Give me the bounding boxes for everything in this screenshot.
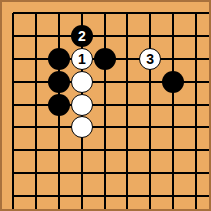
board-margin-cell <box>139 207 162 211</box>
grid-line-vertical <box>58 184 60 207</box>
board-margin-cell <box>207 207 211 211</box>
white-stone <box>71 116 93 138</box>
grid-line-vertical <box>126 116 128 139</box>
board-intersection[interactable] <box>48 2 71 25</box>
board-intersection[interactable] <box>139 184 162 207</box>
black-stone <box>48 94 70 116</box>
board-intersection[interactable] <box>2 70 25 93</box>
grid-line-vertical <box>172 207 174 211</box>
white-stone <box>71 71 93 93</box>
board-margin-cell <box>207 184 211 207</box>
go-board-diagram: 213 <box>0 0 211 211</box>
grid-line-horizontal <box>13 195 24 197</box>
grid-line-vertical <box>149 207 151 211</box>
grid-line-vertical <box>35 93 37 116</box>
go-board-grid: 213 <box>2 2 211 211</box>
board-intersection[interactable] <box>25 93 48 116</box>
grid-line-horizontal <box>13 81 24 83</box>
board-intersection[interactable] <box>93 25 116 48</box>
board-margin-cell <box>207 48 211 71</box>
board-intersection[interactable] <box>184 2 207 25</box>
grid-line-horizontal <box>13 12 24 14</box>
grid-line-horizontal <box>207 81 211 83</box>
board-intersection[interactable] <box>184 25 207 48</box>
white-stone-move-3: 3 <box>139 48 161 70</box>
grid-line-horizontal <box>13 35 24 37</box>
grid-line-vertical <box>149 93 151 116</box>
board-intersection[interactable] <box>25 70 48 93</box>
board-margin-cell <box>207 93 211 116</box>
board-intersection[interactable] <box>162 48 185 71</box>
board-intersection[interactable] <box>139 162 162 185</box>
board-intersection[interactable] <box>93 162 116 185</box>
grid-line-horizontal <box>207 126 211 128</box>
grid-line-horizontal <box>13 172 24 174</box>
grid-line-vertical <box>172 48 174 71</box>
grid-line-vertical <box>126 184 128 207</box>
board-margin-cell <box>207 2 211 25</box>
grid-line-vertical <box>104 162 106 185</box>
grid-line-vertical <box>195 116 197 139</box>
grid-line-horizontal <box>207 58 211 60</box>
grid-line-vertical <box>195 48 197 71</box>
grid-line-vertical <box>195 184 197 207</box>
grid-line-vertical <box>35 48 37 71</box>
grid-line-vertical <box>126 13 128 24</box>
board-intersection[interactable] <box>116 2 139 25</box>
board-margin-cell <box>48 207 71 211</box>
board-intersection[interactable] <box>25 116 48 139</box>
board-intersection[interactable] <box>162 162 185 185</box>
white-stone-move-1: 1 <box>71 48 93 70</box>
grid-line-vertical <box>35 207 37 211</box>
grid-line-vertical <box>149 70 151 93</box>
board-intersection[interactable]: 1 <box>70 48 93 71</box>
grid-line-vertical <box>126 162 128 185</box>
board-intersection[interactable] <box>184 162 207 185</box>
board-margin-cell <box>184 207 207 211</box>
grid-line-vertical <box>104 25 106 48</box>
grid-line-vertical <box>81 139 83 162</box>
grid-line-vertical <box>12 207 14 211</box>
grid-line-vertical <box>104 13 106 24</box>
board-intersection[interactable] <box>184 48 207 71</box>
grid-line-vertical <box>149 139 151 162</box>
grid-line-vertical <box>35 184 37 207</box>
grid-line-vertical <box>149 162 151 185</box>
board-intersection[interactable] <box>48 93 71 116</box>
grid-line-vertical <box>35 139 37 162</box>
grid-line-vertical <box>12 70 14 93</box>
board-intersection[interactable] <box>93 139 116 162</box>
grid-line-vertical <box>12 116 14 139</box>
grid-line-vertical <box>12 48 14 71</box>
board-intersection[interactable] <box>116 184 139 207</box>
grid-line-vertical <box>172 13 174 24</box>
board-intersection[interactable] <box>139 2 162 25</box>
board-intersection[interactable] <box>70 162 93 185</box>
board-intersection[interactable] <box>2 48 25 71</box>
grid-line-vertical <box>35 116 37 139</box>
grid-line-vertical <box>126 70 128 93</box>
board-intersection[interactable] <box>116 93 139 116</box>
grid-line-horizontal <box>207 104 211 106</box>
board-intersection[interactable] <box>162 116 185 139</box>
board-intersection[interactable] <box>139 70 162 93</box>
board-intersection[interactable] <box>162 70 185 93</box>
board-intersection[interactable] <box>162 93 185 116</box>
board-intersection[interactable] <box>139 139 162 162</box>
board-intersection[interactable] <box>162 25 185 48</box>
board-margin-cell <box>207 25 211 48</box>
board-margin-cell <box>207 139 211 162</box>
board-intersection[interactable] <box>25 2 48 25</box>
grid-line-vertical <box>149 13 151 24</box>
board-intersection[interactable] <box>25 184 48 207</box>
grid-line-vertical <box>126 25 128 48</box>
board-intersection[interactable] <box>48 116 71 139</box>
grid-line-horizontal <box>207 172 211 174</box>
board-intersection[interactable] <box>139 93 162 116</box>
board-intersection[interactable] <box>70 184 93 207</box>
black-stone-move-2: 2 <box>71 25 93 47</box>
board-margin-cell <box>207 116 211 139</box>
grid-line-vertical <box>35 70 37 93</box>
board-intersection[interactable] <box>93 93 116 116</box>
board-intersection[interactable] <box>162 139 185 162</box>
board-intersection[interactable] <box>48 25 71 48</box>
grid-line-vertical <box>58 162 60 185</box>
white-stone <box>71 94 93 116</box>
grid-line-vertical <box>126 93 128 116</box>
board-intersection[interactable] <box>116 48 139 71</box>
grid-line-vertical <box>195 13 197 24</box>
grid-line-vertical <box>195 139 197 162</box>
board-intersection[interactable] <box>162 184 185 207</box>
board-intersection[interactable] <box>93 184 116 207</box>
grid-line-vertical <box>81 162 83 185</box>
board-intersection[interactable] <box>93 116 116 139</box>
grid-line-vertical <box>58 13 60 24</box>
grid-line-vertical <box>12 162 14 185</box>
black-stone <box>48 71 70 93</box>
board-intersection[interactable] <box>2 139 25 162</box>
grid-line-vertical <box>195 70 197 93</box>
board-intersection[interactable] <box>2 2 25 25</box>
board-intersection[interactable] <box>25 162 48 185</box>
grid-line-vertical <box>58 25 60 48</box>
grid-line-horizontal <box>13 149 24 151</box>
board-intersection[interactable] <box>116 162 139 185</box>
grid-line-vertical <box>104 207 106 211</box>
board-intersection[interactable] <box>139 25 162 48</box>
grid-line-vertical <box>104 184 106 207</box>
grid-line-vertical <box>195 207 197 211</box>
grid-line-vertical <box>149 116 151 139</box>
board-intersection[interactable] <box>184 70 207 93</box>
board-margin-cell <box>70 207 93 211</box>
grid-line-vertical <box>172 93 174 116</box>
grid-line-horizontal <box>13 126 24 128</box>
board-intersection[interactable] <box>70 2 93 25</box>
board-intersection[interactable] <box>116 139 139 162</box>
board-intersection[interactable]: 2 <box>70 25 93 48</box>
grid-line-vertical <box>12 13 14 24</box>
grid-line-vertical <box>195 25 197 48</box>
grid-line-vertical <box>126 139 128 162</box>
board-margin-cell <box>25 207 48 211</box>
grid-line-vertical <box>35 13 37 24</box>
board-intersection[interactable] <box>70 116 93 139</box>
board-intersection[interactable] <box>48 139 71 162</box>
grid-line-horizontal <box>207 149 211 151</box>
board-intersection[interactable] <box>2 162 25 185</box>
board-intersection[interactable] <box>139 116 162 139</box>
board-margin-cell <box>207 70 211 93</box>
board-margin-cell <box>93 207 116 211</box>
board-intersection[interactable] <box>184 116 207 139</box>
board-intersection[interactable] <box>93 2 116 25</box>
board-intersection[interactable] <box>184 139 207 162</box>
grid-line-vertical <box>126 48 128 71</box>
board-intersection[interactable] <box>70 70 93 93</box>
board-intersection[interactable]: 3 <box>139 48 162 71</box>
board-intersection[interactable] <box>2 93 25 116</box>
grid-line-vertical <box>104 116 106 139</box>
grid-line-vertical <box>172 25 174 48</box>
board-intersection[interactable] <box>93 70 116 93</box>
grid-line-vertical <box>81 13 83 24</box>
grid-line-vertical <box>149 25 151 48</box>
grid-line-horizontal <box>13 104 24 106</box>
grid-line-vertical <box>172 184 174 207</box>
grid-line-horizontal <box>207 35 211 37</box>
grid-line-vertical <box>195 93 197 116</box>
grid-line-vertical <box>195 162 197 185</box>
board-intersection[interactable] <box>184 93 207 116</box>
grid-line-vertical <box>12 25 14 48</box>
board-intersection[interactable] <box>70 93 93 116</box>
board-intersection[interactable] <box>2 184 25 207</box>
board-margin-cell <box>2 207 25 211</box>
grid-line-vertical <box>149 184 151 207</box>
grid-line-vertical <box>35 162 37 185</box>
grid-line-vertical <box>104 70 106 93</box>
board-intersection[interactable] <box>25 48 48 71</box>
board-intersection[interactable] <box>25 25 48 48</box>
grid-line-vertical <box>81 184 83 207</box>
board-intersection[interactable] <box>2 25 25 48</box>
grid-line-vertical <box>104 93 106 116</box>
grid-line-vertical <box>126 207 128 211</box>
grid-line-vertical <box>35 25 37 48</box>
grid-line-vertical <box>172 139 174 162</box>
board-margin-cell <box>207 162 211 185</box>
board-intersection[interactable] <box>116 25 139 48</box>
grid-line-vertical <box>12 184 14 207</box>
board-intersection[interactable] <box>2 116 25 139</box>
grid-line-vertical <box>172 116 174 139</box>
grid-line-vertical <box>172 162 174 185</box>
board-intersection[interactable] <box>25 139 48 162</box>
black-stone <box>48 48 70 70</box>
board-intersection[interactable] <box>184 184 207 207</box>
grid-line-horizontal <box>13 58 24 60</box>
grid-line-vertical <box>104 139 106 162</box>
board-intersection[interactable] <box>48 162 71 185</box>
board-intersection[interactable] <box>162 2 185 25</box>
grid-line-vertical <box>58 139 60 162</box>
board-margin-cell <box>116 207 139 211</box>
grid-line-horizontal <box>207 12 211 14</box>
black-stone <box>94 48 116 70</box>
grid-line-vertical <box>12 139 14 162</box>
board-intersection[interactable] <box>93 48 116 71</box>
black-stone <box>162 71 184 93</box>
board-intersection[interactable] <box>48 70 71 93</box>
board-intersection[interactable] <box>116 116 139 139</box>
grid-line-vertical <box>12 93 14 116</box>
board-margin-cell <box>162 207 185 211</box>
grid-line-vertical <box>58 207 60 211</box>
board-intersection[interactable] <box>48 184 71 207</box>
board-intersection[interactable] <box>48 48 71 71</box>
board-intersection[interactable] <box>116 70 139 93</box>
grid-line-horizontal <box>207 195 211 197</box>
grid-line-vertical <box>58 116 60 139</box>
board-intersection[interactable] <box>70 139 93 162</box>
grid-line-vertical <box>81 207 83 211</box>
